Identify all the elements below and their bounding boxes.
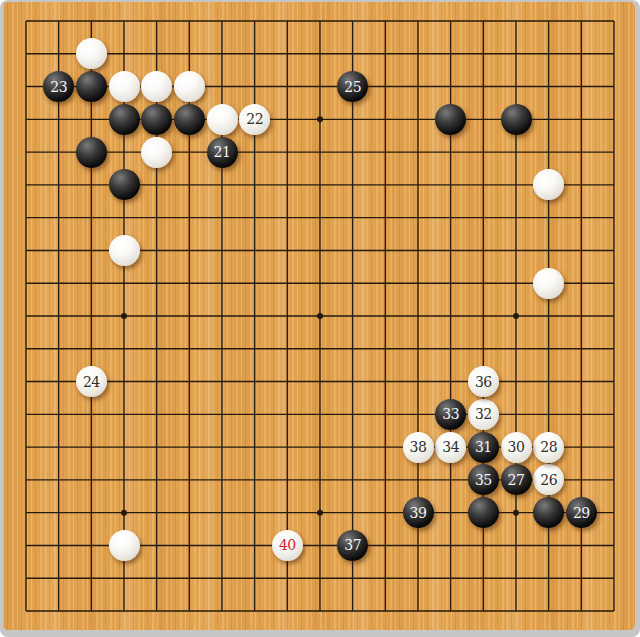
stone-white-E15	[141, 137, 172, 168]
stone-black-B17: 23	[43, 71, 74, 102]
move-number: 26	[540, 473, 557, 487]
star-point-K16	[317, 116, 323, 122]
stone-black-F16	[174, 104, 205, 135]
star-point-K10	[317, 313, 323, 319]
stone-black-C15	[76, 137, 107, 168]
move-number: 21	[214, 145, 231, 159]
stone-white-N6: 38	[403, 432, 434, 463]
stone-black-P4	[468, 497, 499, 528]
stone-white-F17	[174, 71, 205, 102]
star-point-Q4	[513, 510, 519, 516]
stone-black-S4: 29	[566, 497, 597, 528]
stone-black-D14	[109, 169, 140, 200]
stone-black-O16	[435, 104, 466, 135]
stone-white-C8: 24	[76, 366, 107, 397]
move-number: 28	[540, 440, 557, 454]
stone-white-D3	[109, 530, 140, 561]
stone-black-P6: 31	[468, 432, 499, 463]
star-point-D4	[121, 510, 127, 516]
stone-black-L3: 37	[337, 530, 368, 561]
stone-white-P7: 32	[468, 399, 499, 430]
move-number: 37	[344, 538, 361, 552]
stone-white-Q6: 30	[501, 432, 532, 463]
move-number: 34	[442, 440, 459, 454]
stone-black-G15: 21	[207, 137, 238, 168]
move-number: 36	[475, 375, 492, 389]
go-diagram-window: 2122232425262728293031323334353637383940	[0, 0, 640, 637]
move-number: 31	[475, 440, 492, 454]
stone-black-L17: 25	[337, 71, 368, 102]
stone-black-E16	[141, 104, 172, 135]
stone-white-D12	[109, 235, 140, 266]
stone-black-N4: 39	[403, 497, 434, 528]
star-point-D10	[121, 313, 127, 319]
move-number: 38	[410, 440, 427, 454]
move-number: 23	[50, 80, 67, 94]
stone-black-Q5: 27	[501, 464, 532, 495]
stone-black-D16	[109, 104, 140, 135]
stone-black-Q16	[501, 104, 532, 135]
move-number: 29	[573, 506, 590, 520]
stone-white-H16: 22	[239, 104, 270, 135]
stone-black-P5: 35	[468, 464, 499, 495]
move-number: 32	[475, 407, 492, 421]
last-move-number: 40	[279, 538, 296, 552]
stone-white-D17	[109, 71, 140, 102]
stone-black-O7: 33	[435, 399, 466, 430]
stone-white-P8: 36	[468, 366, 499, 397]
stone-white-G16	[207, 104, 238, 135]
move-number: 22	[246, 112, 263, 126]
move-number: 24	[83, 375, 100, 389]
stone-black-C17	[76, 71, 107, 102]
stone-white-O6: 34	[435, 432, 466, 463]
stone-white-C18	[76, 38, 107, 69]
stone-white-R6: 28	[533, 432, 564, 463]
move-number: 27	[508, 473, 525, 487]
move-number: 25	[344, 80, 361, 94]
stone-white-R11	[533, 268, 564, 299]
move-number: 39	[410, 506, 427, 520]
star-point-Q10	[513, 313, 519, 319]
move-number: 33	[442, 407, 459, 421]
move-number: 30	[508, 440, 525, 454]
stone-white-J3: 40	[272, 530, 303, 561]
move-number: 35	[475, 473, 492, 487]
stone-white-E17	[141, 71, 172, 102]
star-point-K4	[317, 510, 323, 516]
